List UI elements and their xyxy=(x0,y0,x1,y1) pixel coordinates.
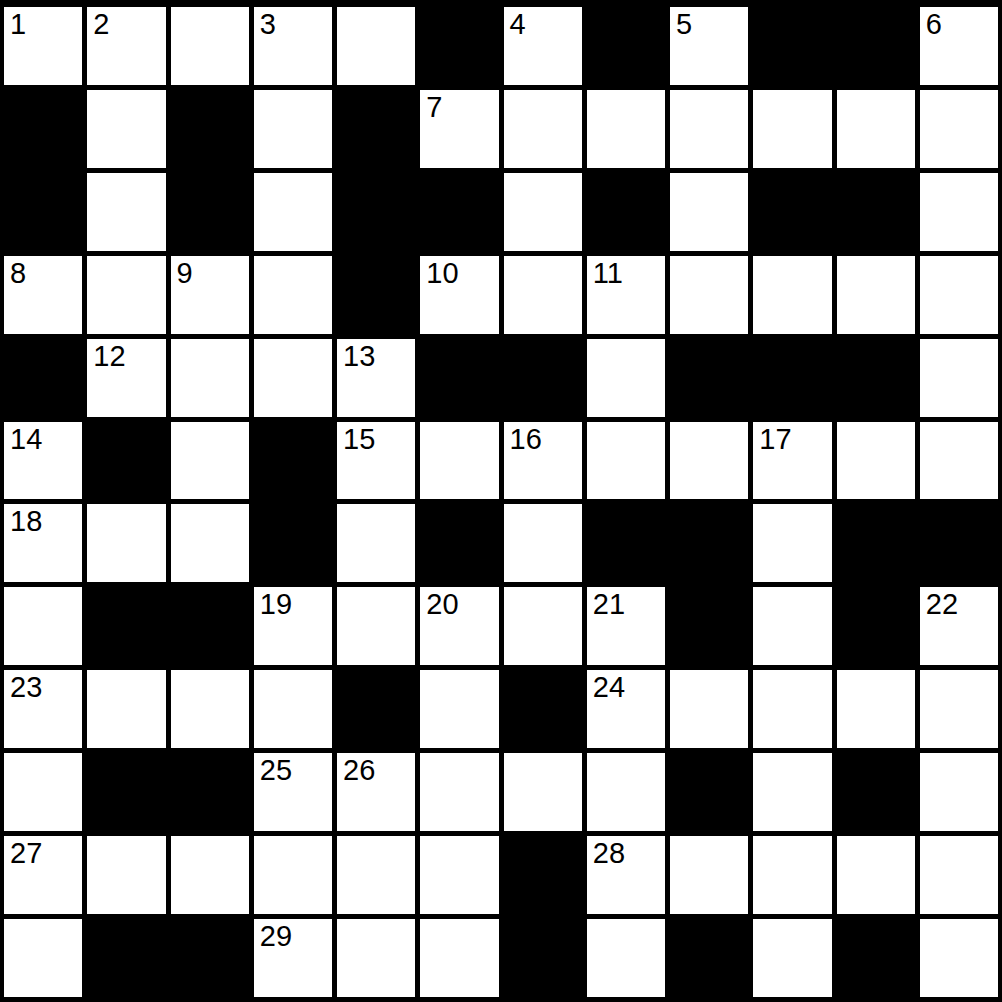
clue-number-29: 29 xyxy=(260,921,292,953)
clue-number-7: 7 xyxy=(426,92,442,124)
cell-r8c10[interactable] xyxy=(837,670,915,748)
cell-r11c11[interactable] xyxy=(920,919,998,997)
cell-r9c5[interactable] xyxy=(420,753,498,831)
cell-r4c7[interactable] xyxy=(587,339,665,417)
cell-r9c7[interactable] xyxy=(587,753,665,831)
cell-r3c8[interactable] xyxy=(670,256,748,334)
block-cell-r1c0 xyxy=(4,90,82,168)
cell-r7c7[interactable]: 21 xyxy=(587,587,665,665)
block-cell-r4c5 xyxy=(420,339,498,417)
block-cell-r5c1 xyxy=(87,422,165,500)
block-cell-r4c0 xyxy=(4,339,82,417)
cell-r11c4[interactable] xyxy=(337,919,415,997)
block-cell-r10c6 xyxy=(504,836,582,914)
clue-number-12: 12 xyxy=(93,341,125,373)
block-cell-r4c8 xyxy=(670,339,748,417)
cell-r3c5[interactable]: 10 xyxy=(420,256,498,334)
block-cell-r8c6 xyxy=(504,670,582,748)
block-cell-r6c11 xyxy=(920,504,998,582)
cell-r1c3[interactable] xyxy=(254,90,332,168)
cell-r8c5[interactable] xyxy=(420,670,498,748)
cell-r3c2[interactable]: 9 xyxy=(171,256,249,334)
cell-r10c9[interactable] xyxy=(753,836,831,914)
cell-r8c9[interactable] xyxy=(753,670,831,748)
cell-r10c5[interactable] xyxy=(420,836,498,914)
cell-r7c0[interactable] xyxy=(4,587,82,665)
clue-number-24: 24 xyxy=(593,672,625,704)
block-cell-r11c2 xyxy=(171,919,249,997)
cell-r5c6[interactable]: 16 xyxy=(504,422,582,500)
cell-r8c0[interactable]: 23 xyxy=(4,670,82,748)
cell-r4c11[interactable] xyxy=(920,339,998,417)
block-cell-r7c10 xyxy=(837,587,915,665)
block-cell-r2c10 xyxy=(837,173,915,251)
cell-r2c11[interactable] xyxy=(920,173,998,251)
clue-number-9: 9 xyxy=(177,258,193,290)
block-cell-r9c10 xyxy=(837,753,915,831)
clue-number-18: 18 xyxy=(10,506,42,538)
block-cell-r9c8 xyxy=(670,753,748,831)
block-cell-r0c7 xyxy=(587,7,665,85)
cell-r3c10[interactable] xyxy=(837,256,915,334)
cell-r10c8[interactable] xyxy=(670,836,748,914)
cell-r9c9[interactable] xyxy=(753,753,831,831)
cell-r8c2[interactable] xyxy=(171,670,249,748)
cell-r5c2[interactable] xyxy=(171,422,249,500)
cell-r3c9[interactable] xyxy=(753,256,831,334)
cell-r7c6[interactable] xyxy=(504,587,582,665)
cell-r8c8[interactable] xyxy=(670,670,748,748)
block-cell-r6c10 xyxy=(837,504,915,582)
block-cell-r9c1 xyxy=(87,753,165,831)
cell-r8c7[interactable]: 24 xyxy=(587,670,665,748)
block-cell-r11c8 xyxy=(670,919,748,997)
cell-r6c0[interactable]: 18 xyxy=(4,504,82,582)
block-cell-r4c9 xyxy=(753,339,831,417)
clue-number-5: 5 xyxy=(676,9,692,41)
cell-r1c9[interactable] xyxy=(753,90,831,168)
cell-r0c11[interactable]: 6 xyxy=(920,7,998,85)
block-cell-r5c3 xyxy=(254,422,332,500)
cell-r10c0[interactable]: 27 xyxy=(4,836,82,914)
block-cell-r4c6 xyxy=(504,339,582,417)
clue-number-13: 13 xyxy=(343,341,375,373)
clue-number-17: 17 xyxy=(759,424,791,456)
cell-r8c11[interactable] xyxy=(920,670,998,748)
cell-r2c6[interactable] xyxy=(504,173,582,251)
cell-r11c7[interactable] xyxy=(587,919,665,997)
block-cell-r9c2 xyxy=(171,753,249,831)
cell-r3c6[interactable] xyxy=(504,256,582,334)
cell-r1c11[interactable] xyxy=(920,90,998,168)
block-cell-r11c10 xyxy=(837,919,915,997)
cell-r0c2[interactable] xyxy=(171,7,249,85)
cell-r2c1[interactable] xyxy=(87,173,165,251)
cell-r6c9[interactable] xyxy=(753,504,831,582)
block-cell-r6c8 xyxy=(670,504,748,582)
cell-r11c3[interactable]: 29 xyxy=(254,919,332,997)
block-cell-r0c9 xyxy=(753,7,831,85)
cell-r2c8[interactable] xyxy=(670,173,748,251)
clue-number-11: 11 xyxy=(593,258,623,290)
cell-r5c8[interactable] xyxy=(670,422,748,500)
crossword-page: 1234567891011121314151617181920212223242… xyxy=(0,0,1002,1002)
cell-r4c1[interactable]: 12 xyxy=(87,339,165,417)
block-cell-r1c4 xyxy=(337,90,415,168)
block-cell-r6c3 xyxy=(254,504,332,582)
block-cell-r0c10 xyxy=(837,7,915,85)
block-cell-r3c4 xyxy=(337,256,415,334)
cell-r10c2[interactable] xyxy=(171,836,249,914)
cell-r5c5[interactable] xyxy=(420,422,498,500)
cell-r7c4[interactable] xyxy=(337,587,415,665)
cell-r0c0[interactable]: 1 xyxy=(4,7,82,85)
clue-number-28: 28 xyxy=(593,838,625,870)
clue-number-22: 22 xyxy=(926,589,958,621)
cell-r11c9[interactable] xyxy=(753,919,831,997)
clue-number-21: 21 xyxy=(593,589,625,621)
cell-r6c6[interactable] xyxy=(504,504,582,582)
clue-number-2: 2 xyxy=(93,9,109,41)
cell-r9c3[interactable]: 25 xyxy=(254,753,332,831)
clue-number-25: 25 xyxy=(260,755,292,787)
cell-r6c2[interactable] xyxy=(171,504,249,582)
cell-r4c3[interactable] xyxy=(254,339,332,417)
cell-r9c6[interactable] xyxy=(504,753,582,831)
block-cell-r2c5 xyxy=(420,173,498,251)
cell-r3c3[interactable] xyxy=(254,256,332,334)
clue-number-15: 15 xyxy=(343,424,375,456)
cell-r5c9[interactable]: 17 xyxy=(753,422,831,500)
cell-r9c4[interactable]: 26 xyxy=(337,753,415,831)
clue-number-23: 23 xyxy=(10,672,42,704)
block-cell-r2c7 xyxy=(587,173,665,251)
block-cell-r2c4 xyxy=(337,173,415,251)
block-cell-r2c0 xyxy=(4,173,82,251)
clue-number-19: 19 xyxy=(260,589,292,621)
clue-number-27: 27 xyxy=(10,838,42,870)
cell-r10c3[interactable] xyxy=(254,836,332,914)
cell-r0c1[interactable]: 2 xyxy=(87,7,165,85)
clue-number-14: 14 xyxy=(10,424,42,456)
block-cell-r8c4 xyxy=(337,670,415,748)
cell-r6c1[interactable] xyxy=(87,504,165,582)
block-cell-r2c2 xyxy=(171,173,249,251)
block-cell-r11c1 xyxy=(87,919,165,997)
block-cell-r6c7 xyxy=(587,504,665,582)
cell-r5c7[interactable] xyxy=(587,422,665,500)
cell-r7c9[interactable] xyxy=(753,587,831,665)
cell-r3c11[interactable] xyxy=(920,256,998,334)
cell-r8c1[interactable] xyxy=(87,670,165,748)
block-cell-r6c5 xyxy=(420,504,498,582)
cell-r0c4[interactable] xyxy=(337,7,415,85)
cell-r9c0[interactable] xyxy=(4,753,82,831)
cell-r7c11[interactable]: 22 xyxy=(920,587,998,665)
cell-r3c7[interactable]: 11 xyxy=(587,256,665,334)
cell-r0c6[interactable]: 4 xyxy=(504,7,582,85)
clue-number-6: 6 xyxy=(926,9,942,41)
cell-r10c1[interactable] xyxy=(87,836,165,914)
cell-r5c10[interactable] xyxy=(837,422,915,500)
clue-number-1: 1 xyxy=(10,9,26,41)
cell-r10c7[interactable]: 28 xyxy=(587,836,665,914)
cell-r10c4[interactable] xyxy=(337,836,415,914)
cell-r1c1[interactable] xyxy=(87,90,165,168)
cell-r5c0[interactable]: 14 xyxy=(4,422,82,500)
cell-r5c11[interactable] xyxy=(920,422,998,500)
cell-r3c1[interactable] xyxy=(87,256,165,334)
clue-number-10: 10 xyxy=(426,258,458,290)
block-cell-r7c8 xyxy=(670,587,748,665)
cell-r1c8[interactable] xyxy=(670,90,748,168)
block-cell-r4c10 xyxy=(837,339,915,417)
clue-number-20: 20 xyxy=(426,589,458,621)
cell-r0c3[interactable]: 3 xyxy=(254,7,332,85)
cell-r1c10[interactable] xyxy=(837,90,915,168)
cell-r4c4[interactable]: 13 xyxy=(337,339,415,417)
cell-r3c0[interactable]: 8 xyxy=(4,256,82,334)
cell-r7c5[interactable]: 20 xyxy=(420,587,498,665)
block-cell-r1c2 xyxy=(171,90,249,168)
cell-r1c5[interactable]: 7 xyxy=(420,90,498,168)
cell-r1c6[interactable] xyxy=(504,90,582,168)
cell-r11c5[interactable] xyxy=(420,919,498,997)
clue-number-3: 3 xyxy=(260,9,276,41)
cell-r2c3[interactable] xyxy=(254,173,332,251)
clue-number-16: 16 xyxy=(510,424,542,456)
cell-r7c3[interactable]: 19 xyxy=(254,587,332,665)
cell-r0c8[interactable]: 5 xyxy=(670,7,748,85)
block-cell-r0c5 xyxy=(420,7,498,85)
cell-r1c7[interactable] xyxy=(587,90,665,168)
block-cell-r7c1 xyxy=(87,587,165,665)
block-cell-r7c2 xyxy=(171,587,249,665)
block-cell-r11c6 xyxy=(504,919,582,997)
block-cell-r2c9 xyxy=(753,173,831,251)
cell-r10c11[interactable] xyxy=(920,836,998,914)
cell-r4c2[interactable] xyxy=(171,339,249,417)
cell-r5c4[interactable]: 15 xyxy=(337,422,415,500)
cell-r10c10[interactable] xyxy=(837,836,915,914)
crossword-board: 1234567891011121314151617181920212223242… xyxy=(0,0,1002,1002)
clue-number-8: 8 xyxy=(10,258,26,290)
clue-number-26: 26 xyxy=(343,755,375,787)
cell-r9c11[interactable] xyxy=(920,753,998,831)
cell-r6c4[interactable] xyxy=(337,504,415,582)
clue-number-4: 4 xyxy=(510,9,526,41)
cell-r11c0[interactable] xyxy=(4,919,82,997)
cell-r8c3[interactable] xyxy=(254,670,332,748)
